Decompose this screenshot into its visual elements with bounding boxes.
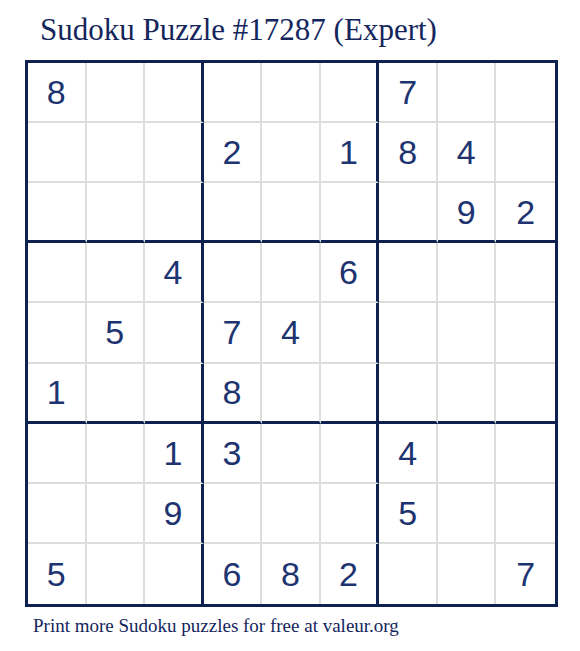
cell-r7c5 <box>262 424 321 484</box>
cell-r8c1 <box>28 484 87 544</box>
cell-r9c7 <box>379 544 438 604</box>
cell-r2c7: 8 <box>379 123 438 183</box>
cell-r7c9 <box>496 424 555 484</box>
cell-r7c3: 1 <box>145 424 204 484</box>
cell-r6c6 <box>321 364 380 424</box>
cell-r8c8 <box>438 484 497 544</box>
cell-r1c8 <box>438 63 497 123</box>
cell-r2c8: 4 <box>438 123 497 183</box>
cell-r4c8 <box>438 243 497 303</box>
cell-r8c3: 9 <box>145 484 204 544</box>
cell-r4c7 <box>379 243 438 303</box>
footer-text: Print more Sudoku puzzles for free at va… <box>33 615 399 637</box>
cell-r9c5: 8 <box>262 544 321 604</box>
cell-r7c4: 3 <box>204 424 263 484</box>
cell-r6c1: 1 <box>28 364 87 424</box>
cell-r8c4 <box>204 484 263 544</box>
cell-r3c3 <box>145 183 204 243</box>
cell-r3c8: 9 <box>438 183 497 243</box>
cell-r3c7 <box>379 183 438 243</box>
page: Sudoku Puzzle #17287 (Expert) 8721849246… <box>0 0 580 651</box>
cell-r6c7 <box>379 364 438 424</box>
cell-r8c5 <box>262 484 321 544</box>
cell-r6c8 <box>438 364 497 424</box>
cell-r6c5 <box>262 364 321 424</box>
cell-r3c4 <box>204 183 263 243</box>
cell-r1c5 <box>262 63 321 123</box>
cell-r1c6 <box>321 63 380 123</box>
cell-r6c4: 8 <box>204 364 263 424</box>
cell-r2c3 <box>145 123 204 183</box>
cell-r7c7: 4 <box>379 424 438 484</box>
cell-r3c9: 2 <box>496 183 555 243</box>
sudoku-grid: 8721849246574181349556827 <box>25 60 558 607</box>
cell-r9c2 <box>87 544 146 604</box>
cell-r5c2: 5 <box>87 303 146 363</box>
cell-r6c3 <box>145 364 204 424</box>
cell-r1c3 <box>145 63 204 123</box>
cell-r4c4 <box>204 243 263 303</box>
cell-r4c1 <box>28 243 87 303</box>
cell-r8c7: 5 <box>379 484 438 544</box>
cell-r1c2 <box>87 63 146 123</box>
cell-r3c1 <box>28 183 87 243</box>
cell-r5c7 <box>379 303 438 363</box>
cell-r5c4: 7 <box>204 303 263 363</box>
cell-r7c2 <box>87 424 146 484</box>
cell-r4c2 <box>87 243 146 303</box>
cell-r2c4: 2 <box>204 123 263 183</box>
cell-r7c1 <box>28 424 87 484</box>
cell-r3c5 <box>262 183 321 243</box>
cell-r2c6: 1 <box>321 123 380 183</box>
cell-r8c2 <box>87 484 146 544</box>
cell-r9c1: 5 <box>28 544 87 604</box>
cell-r4c9 <box>496 243 555 303</box>
cell-r7c8 <box>438 424 497 484</box>
cell-r2c5 <box>262 123 321 183</box>
cell-r2c1 <box>28 123 87 183</box>
cell-r1c7: 7 <box>379 63 438 123</box>
cell-r5c6 <box>321 303 380 363</box>
cell-r3c2 <box>87 183 146 243</box>
cell-r9c3 <box>145 544 204 604</box>
cell-r5c5: 4 <box>262 303 321 363</box>
cell-r7c6 <box>321 424 380 484</box>
cell-r1c1: 8 <box>28 63 87 123</box>
page-title: Sudoku Puzzle #17287 (Expert) <box>40 14 437 47</box>
cell-r8c9 <box>496 484 555 544</box>
cell-r8c6 <box>321 484 380 544</box>
cell-r4c3: 4 <box>145 243 204 303</box>
cell-r9c6: 2 <box>321 544 380 604</box>
cell-r5c3 <box>145 303 204 363</box>
cell-r2c2 <box>87 123 146 183</box>
cell-r3c6 <box>321 183 380 243</box>
cell-r4c6: 6 <box>321 243 380 303</box>
cell-r9c8 <box>438 544 497 604</box>
cell-r1c9 <box>496 63 555 123</box>
cell-r2c9 <box>496 123 555 183</box>
cell-r5c8 <box>438 303 497 363</box>
cell-r5c9 <box>496 303 555 363</box>
cell-r6c9 <box>496 364 555 424</box>
cell-r6c2 <box>87 364 146 424</box>
cell-r5c1 <box>28 303 87 363</box>
cell-r1c4 <box>204 63 263 123</box>
cell-r4c5 <box>262 243 321 303</box>
cell-r9c9: 7 <box>496 544 555 604</box>
cell-r9c4: 6 <box>204 544 263 604</box>
